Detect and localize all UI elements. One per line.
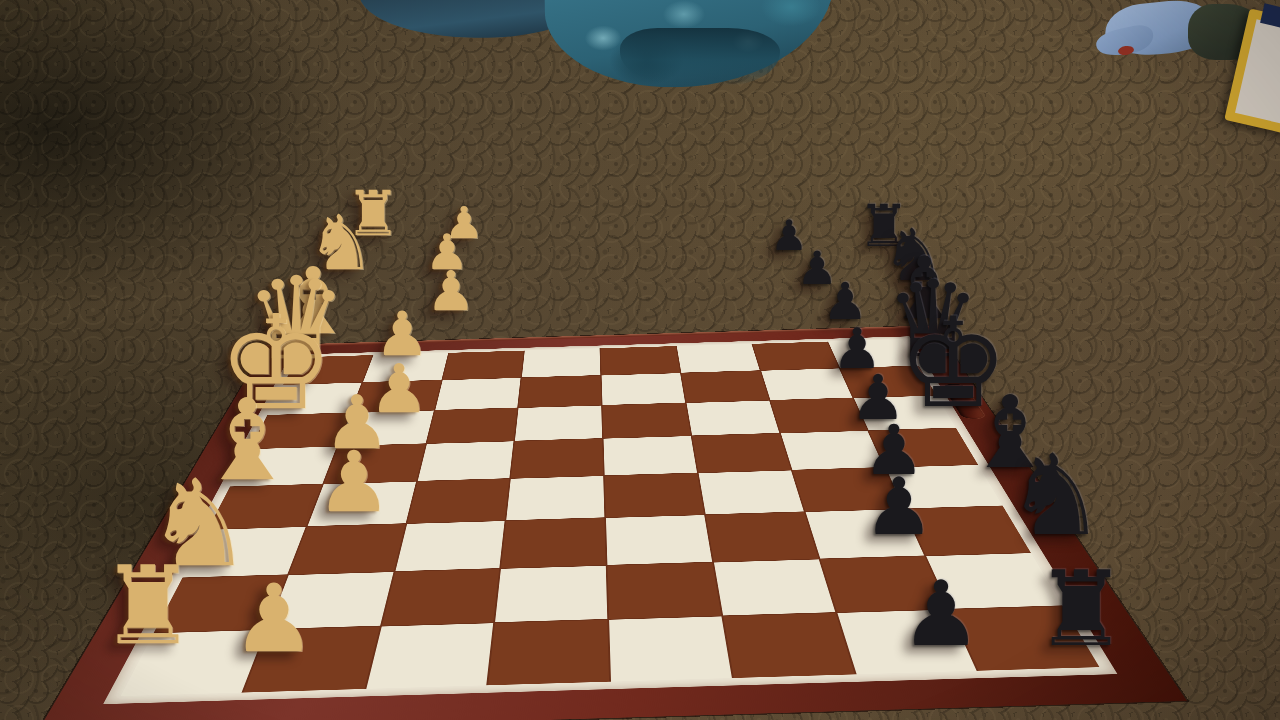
photo-vignette (0, 0, 1280, 720)
photo-scene: ♜♞♝♛♚♝♞♜♟♟♟♟♟♟♟♟♟♟♟♟♟♟♟♟♜♞♝♛♚♝♞♜ (0, 0, 1280, 720)
